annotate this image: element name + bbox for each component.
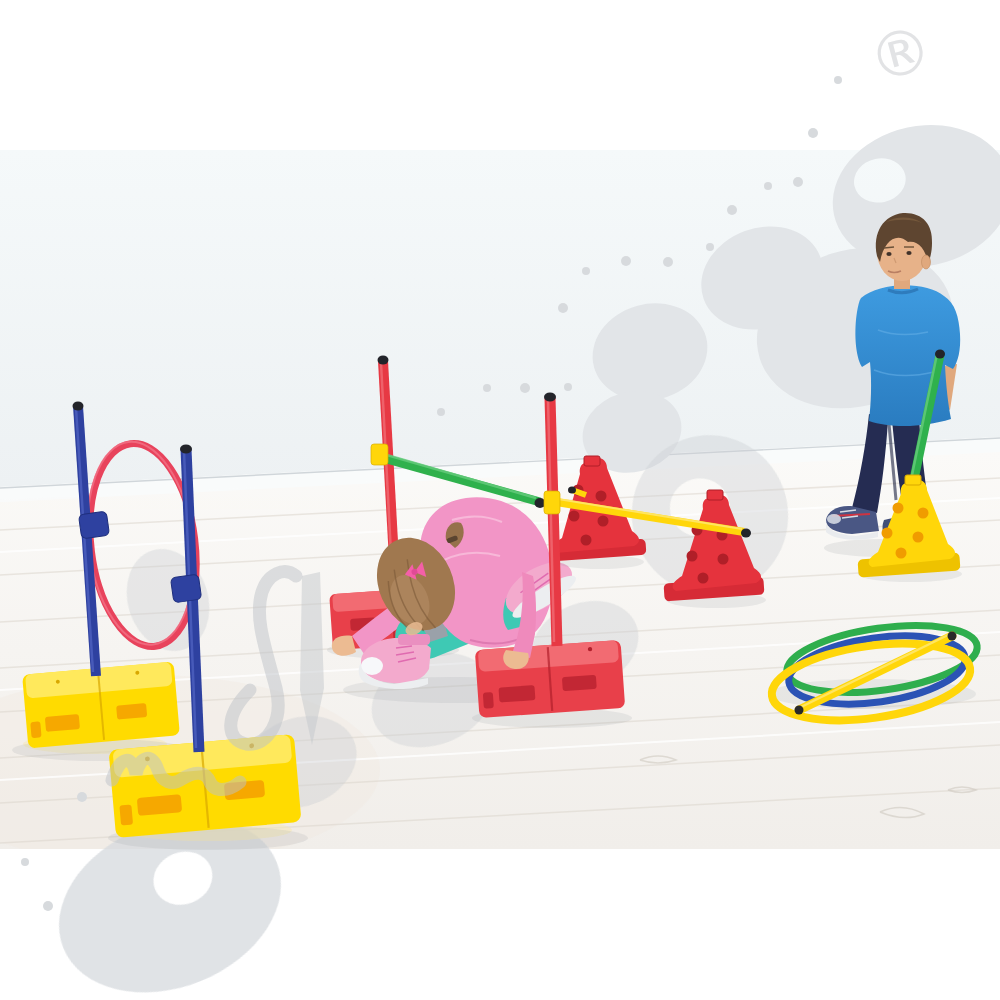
hoop-clip-right: [170, 574, 201, 603]
red-base-front: [475, 640, 625, 718]
crossbar-clip-right: [544, 491, 560, 514]
stick-tip: [948, 632, 957, 641]
boy-ear: [922, 255, 931, 269]
scene-illustration: ®: [0, 0, 1000, 1000]
pole-cap: [544, 393, 556, 402]
pole-cap: [935, 350, 945, 359]
pole-cap: [378, 356, 389, 365]
stick-tip: [795, 706, 804, 715]
product-photo: ®: [0, 0, 1000, 1000]
hoop-clip-left: [78, 511, 109, 539]
pole-cap: [180, 445, 192, 454]
crossbar-clip-left: [371, 444, 388, 465]
bar-tip: [741, 529, 751, 538]
pole-cap: [73, 402, 84, 411]
yellow-base-back: [22, 662, 180, 749]
